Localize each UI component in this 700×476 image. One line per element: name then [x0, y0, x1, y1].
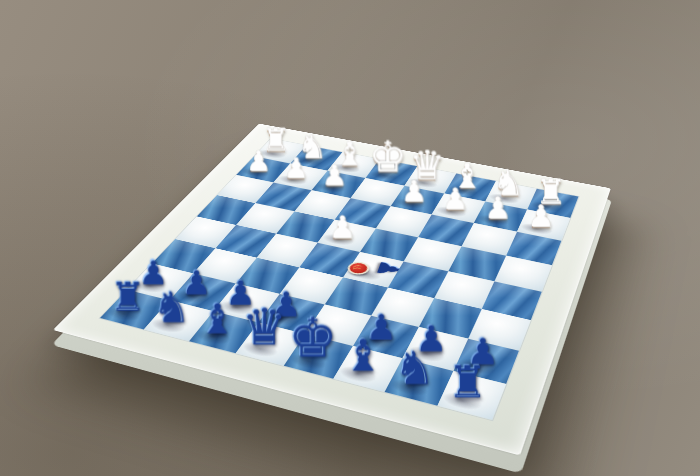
square-h5[interactable]	[175, 216, 236, 248]
chess-scene: ♜♞♝♚♛♝♞♜♟♟♟♟♟♟♟♟♟♟♟♟♟♟♟♟♜♞♝♛♚♝♞♜	[0, 0, 700, 476]
white-pawn-c2[interactable]: ♟	[434, 185, 477, 214]
blue-rook-a8[interactable]: ♜	[440, 361, 496, 405]
blue-king-d8[interactable]: ♚	[286, 310, 339, 365]
red-maker-label	[345, 260, 373, 276]
chess-board: ♜♞♝♚♛♝♞♜♟♟♟♟♟♟♟♟♟♟♟♟♟♟♟♟♜♞♝♛♚♝♞♜	[53, 124, 611, 456]
blue-knight-g8[interactable]: ♞	[146, 286, 197, 328]
board-grid: ♜♞♝♚♛♝♞♜♟♟♟♟♟♟♟♟♟♟♟♟♟♟♟♟♜♞♝♛♚♝♞♜	[100, 139, 579, 420]
blue-queen-e8[interactable]: ♛	[238, 302, 291, 352]
square-a5[interactable]	[482, 281, 542, 320]
white-pawn-d2[interactable]: ♟	[392, 177, 435, 206]
square-a8[interactable]: ♜	[437, 371, 506, 420]
blue-rook-h8[interactable]: ♜	[103, 278, 153, 317]
blue-knight-b8[interactable]: ♞	[387, 346, 442, 392]
white-pawn-e4[interactable]: ♟	[320, 212, 365, 243]
photo-backdrop: ♜♞♝♚♛♝♞♜♟♟♟♟♟♟♟♟♟♟♟♟♟♟♟♟♜♞♝♛♚♝♞♜	[0, 0, 700, 476]
square-a2[interactable]: ♟	[517, 210, 570, 241]
white-pawn-g2[interactable]: ♟	[275, 154, 316, 182]
white-pawn-f2[interactable]: ♟	[313, 162, 355, 190]
white-pawn-b2[interactable]: ♟	[476, 193, 520, 223]
white-pawn-a2[interactable]: ♟	[519, 201, 564, 231]
white-pawn-h2[interactable]: ♟	[238, 147, 279, 175]
blue-bishop-c8[interactable]: ♝	[336, 334, 390, 378]
blue-bishop-f8[interactable]: ♝	[192, 299, 244, 341]
white-king-e1[interactable]: ♚	[367, 136, 408, 178]
